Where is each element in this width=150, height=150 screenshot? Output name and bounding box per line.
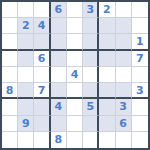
cell-r9c1[interactable] [2, 132, 18, 148]
given-digit-r1c6: 3 [83, 2, 99, 18]
cell-r9c8[interactable] [116, 132, 132, 148]
cell-r1c8[interactable] [116, 2, 132, 18]
cell-r7c2[interactable] [18, 99, 34, 115]
given-digit-r8c8: 6 [116, 116, 132, 132]
cell-r2c6[interactable] [83, 18, 99, 34]
cell-r5c1[interactable] [2, 67, 18, 83]
cell-r9c6[interactable] [83, 132, 99, 148]
cell-r9c3[interactable] [34, 132, 50, 148]
cell-r6c5[interactable] [67, 83, 83, 99]
cell-r8c6[interactable] [83, 116, 99, 132]
given-digit-r3c9: 1 [132, 34, 148, 50]
cell-r5c2[interactable] [18, 67, 34, 83]
cell-r1c2[interactable] [18, 2, 34, 18]
given-digit-r7c8: 3 [116, 99, 132, 115]
cell-r1c9[interactable] [132, 2, 148, 18]
cell-r5c9[interactable] [132, 67, 148, 83]
cell-r3c2[interactable] [18, 34, 34, 50]
cell-r5c4[interactable] [51, 67, 67, 83]
cell-r9c2[interactable] [18, 132, 34, 148]
cell-r1c5[interactable] [67, 2, 83, 18]
given-digit-r5c5: 4 [67, 67, 83, 83]
given-digit-r4c3: 6 [34, 51, 50, 67]
cell-r3c8[interactable] [116, 34, 132, 50]
cell-r1c3[interactable] [34, 2, 50, 18]
cell-r8c4[interactable] [51, 116, 67, 132]
given-digit-r1c7: 2 [99, 2, 115, 18]
given-digit-r6c3: 7 [34, 83, 50, 99]
cell-r3c7[interactable] [99, 34, 115, 50]
cell-r7c7[interactable] [99, 99, 115, 115]
cell-r6c2[interactable] [18, 83, 34, 99]
sudoku-board: 632241674873453968 [0, 0, 150, 150]
cell-r4c8[interactable] [116, 51, 132, 67]
cell-r4c2[interactable] [18, 51, 34, 67]
cell-r3c4[interactable] [51, 34, 67, 50]
cell-r3c1[interactable] [2, 34, 18, 50]
cell-r9c7[interactable] [99, 132, 115, 148]
given-digit-r6c1: 8 [2, 83, 18, 99]
cell-r5c3[interactable] [34, 67, 50, 83]
cell-r6c8[interactable] [116, 83, 132, 99]
cell-r6c7[interactable] [99, 83, 115, 99]
cell-r3c3[interactable] [34, 34, 50, 50]
cell-r5c8[interactable] [116, 67, 132, 83]
cell-r8c5[interactable] [67, 116, 83, 132]
cell-r6c4[interactable] [51, 83, 67, 99]
cell-r8c1[interactable] [2, 116, 18, 132]
given-digit-r2c2: 2 [18, 18, 34, 34]
cell-r1c1[interactable] [2, 2, 18, 18]
cell-r4c5[interactable] [67, 51, 83, 67]
cell-r2c5[interactable] [67, 18, 83, 34]
cell-r2c1[interactable] [2, 18, 18, 34]
given-digit-r4c9: 7 [132, 51, 148, 67]
cell-r2c8[interactable] [116, 18, 132, 34]
cell-r2c4[interactable] [51, 18, 67, 34]
cell-r8c9[interactable] [132, 116, 148, 132]
cell-r4c4[interactable] [51, 51, 67, 67]
cell-r4c6[interactable] [83, 51, 99, 67]
cell-r9c5[interactable] [67, 132, 83, 148]
cell-r7c9[interactable] [132, 99, 148, 115]
cell-r5c7[interactable] [99, 67, 115, 83]
cell-r6c6[interactable] [83, 83, 99, 99]
cell-r3c6[interactable] [83, 34, 99, 50]
cell-r8c7[interactable] [99, 116, 115, 132]
cell-r7c3[interactable] [34, 99, 50, 115]
cell-r3c5[interactable] [67, 34, 83, 50]
cell-r4c1[interactable] [2, 51, 18, 67]
given-digit-r7c4: 4 [51, 99, 67, 115]
cell-r8c3[interactable] [34, 116, 50, 132]
given-digit-r1c4: 6 [51, 2, 67, 18]
given-digit-r9c4: 8 [51, 132, 67, 148]
cell-r2c7[interactable] [99, 18, 115, 34]
cell-r5c6[interactable] [83, 67, 99, 83]
given-digit-r7c6: 5 [83, 99, 99, 115]
given-digit-r2c3: 4 [34, 18, 50, 34]
cell-r9c9[interactable] [132, 132, 148, 148]
given-digit-r6c9: 3 [132, 83, 148, 99]
cell-r7c5[interactable] [67, 99, 83, 115]
cell-r2c9[interactable] [132, 18, 148, 34]
given-digit-r8c2: 9 [18, 116, 34, 132]
cell-r7c1[interactable] [2, 99, 18, 115]
cell-r4c7[interactable] [99, 51, 115, 67]
